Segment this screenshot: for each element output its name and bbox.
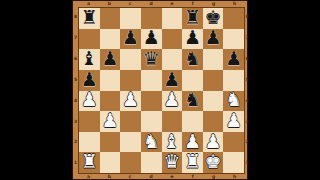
square-f6[interactable]: ♞: [182, 49, 203, 70]
square-g8[interactable]: ♚: [203, 8, 224, 29]
file-label-h: h: [224, 174, 245, 180]
square-g5[interactable]: [203, 70, 224, 91]
square-c3[interactable]: [120, 111, 141, 132]
piece-white-rook[interactable]: ♜: [81, 152, 98, 171]
square-g1[interactable]: ♚: [203, 152, 224, 173]
square-a3[interactable]: [79, 111, 100, 132]
square-h7[interactable]: [223, 29, 244, 50]
square-d3[interactable]: [141, 111, 162, 132]
square-h2[interactable]: [223, 132, 244, 153]
piece-black-pawn[interactable]: ♟: [184, 29, 201, 48]
board-frame: abcdefgh abcdefgh 87654321 87654321 ♜♜♚♟…: [72, 0, 248, 180]
rank-label-7: 7: [245, 28, 249, 49]
piece-black-pawn[interactable]: ♟: [143, 29, 160, 48]
square-g3[interactable]: [203, 111, 224, 132]
piece-black-rook[interactable]: ♜: [184, 8, 201, 27]
square-e3[interactable]: [162, 111, 183, 132]
square-g7[interactable]: ♟: [203, 29, 224, 50]
square-a5[interactable]: ♟: [79, 70, 100, 91]
square-h5[interactable]: [223, 70, 244, 91]
square-f3[interactable]: [182, 111, 203, 132]
square-e6[interactable]: [162, 49, 183, 70]
square-h6[interactable]: ♟: [223, 49, 244, 70]
piece-black-queen[interactable]: ♛: [143, 49, 160, 68]
piece-black-pawn[interactable]: ♟: [205, 29, 222, 48]
square-f7[interactable]: ♟: [182, 29, 203, 50]
square-d6[interactable]: ♛: [141, 49, 162, 70]
square-d1[interactable]: [141, 152, 162, 173]
square-c4[interactable]: ♟: [120, 91, 141, 112]
rank-label-8: 8: [245, 7, 249, 28]
piece-white-pawn[interactable]: ♟: [101, 111, 118, 130]
piece-white-bishop[interactable]: ♝: [163, 132, 180, 151]
rank-labels-right: 87654321: [245, 7, 249, 174]
piece-white-pawn[interactable]: ♟: [205, 132, 222, 151]
square-c7[interactable]: ♟: [120, 29, 141, 50]
rank-label-5: 5: [245, 70, 249, 91]
square-b5[interactable]: [100, 70, 121, 91]
file-label-d: d: [141, 174, 162, 180]
square-d2[interactable]: ♞: [141, 132, 162, 153]
square-g2[interactable]: ♟: [203, 132, 224, 153]
square-b7[interactable]: [100, 29, 121, 50]
piece-black-knight[interactable]: ♞: [184, 91, 201, 110]
file-labels-bottom: abcdefgh: [78, 174, 245, 180]
rank-label-6: 6: [245, 49, 249, 70]
square-d8[interactable]: [141, 8, 162, 29]
square-f2[interactable]: ♟: [182, 132, 203, 153]
piece-white-pawn[interactable]: ♟: [81, 91, 98, 110]
square-e5[interactable]: ♟: [162, 70, 183, 91]
square-c2[interactable]: [120, 132, 141, 153]
square-a4[interactable]: ♟: [79, 91, 100, 112]
rank-label-3: 3: [245, 111, 249, 132]
square-f8[interactable]: ♜: [182, 8, 203, 29]
page-background: abcdefgh abcdefgh 87654321 87654321 ♜♜♚♟…: [0, 0, 320, 180]
square-c8[interactable]: [120, 8, 141, 29]
piece-black-rook[interactable]: ♜: [81, 8, 98, 27]
piece-white-rook[interactable]: ♜: [184, 152, 201, 171]
square-a6[interactable]: ♝: [79, 49, 100, 70]
rank-label-4: 4: [245, 91, 249, 112]
square-h3[interactable]: ♟: [223, 111, 244, 132]
file-label-f: f: [182, 174, 203, 180]
square-d7[interactable]: ♟: [141, 29, 162, 50]
piece-white-knight[interactable]: ♞: [143, 132, 160, 151]
square-f4[interactable]: ♞: [182, 91, 203, 112]
square-e7[interactable]: [162, 29, 183, 50]
piece-white-pawn[interactable]: ♟: [122, 91, 139, 110]
piece-black-pawn[interactable]: ♟: [81, 70, 98, 89]
piece-black-pawn[interactable]: ♟: [101, 49, 118, 68]
square-h1[interactable]: [223, 152, 244, 173]
square-h8[interactable]: [223, 8, 244, 29]
piece-black-king[interactable]: ♚: [205, 8, 222, 27]
square-e1[interactable]: ♛: [162, 152, 183, 173]
square-g4[interactable]: [203, 91, 224, 112]
square-a1[interactable]: ♜: [79, 152, 100, 173]
piece-black-bishop[interactable]: ♝: [81, 49, 98, 68]
rank-label-1: 1: [245, 153, 249, 174]
square-a7[interactable]: [79, 29, 100, 50]
piece-black-pawn[interactable]: ♟: [163, 70, 180, 89]
piece-white-pawn[interactable]: ♟: [184, 132, 201, 151]
square-a2[interactable]: [79, 132, 100, 153]
square-d5[interactable]: [141, 70, 162, 91]
chess-board: ♜♜♚♟♟♟♟♝♟♛♞♟♟♟♟♟♟♞♞♟♟♞♝♟♟♜♛♜♚: [78, 7, 245, 174]
square-g6[interactable]: [203, 49, 224, 70]
square-e2[interactable]: ♝: [162, 132, 183, 153]
square-f1[interactable]: ♜: [182, 152, 203, 173]
square-b2[interactable]: [100, 132, 121, 153]
file-label-g: g: [203, 174, 224, 180]
square-e4[interactable]: ♟: [162, 91, 183, 112]
piece-white-king[interactable]: ♚: [205, 152, 222, 171]
piece-black-pawn[interactable]: ♟: [122, 29, 139, 48]
file-label-e: e: [162, 174, 183, 180]
square-c5[interactable]: [120, 70, 141, 91]
square-b1[interactable]: [100, 152, 121, 173]
piece-white-knight[interactable]: ♞: [225, 91, 242, 110]
square-b8[interactable]: [100, 8, 121, 29]
file-label-b: b: [99, 174, 120, 180]
square-h4[interactable]: ♞: [223, 91, 244, 112]
rank-label-2: 2: [245, 132, 249, 153]
square-c6[interactable]: [120, 49, 141, 70]
piece-black-knight[interactable]: ♞: [184, 49, 201, 68]
piece-white-queen[interactable]: ♛: [163, 152, 180, 171]
square-f5[interactable]: [182, 70, 203, 91]
square-e8[interactable]: [162, 8, 183, 29]
square-b3[interactable]: ♟: [100, 111, 121, 132]
square-b6[interactable]: ♟: [100, 49, 121, 70]
piece-white-pawn[interactable]: ♟: [163, 91, 180, 110]
square-c1[interactable]: [120, 152, 141, 173]
square-d4[interactable]: [141, 91, 162, 112]
piece-white-pawn[interactable]: ♟: [225, 111, 242, 130]
file-label-c: c: [120, 174, 141, 180]
square-b4[interactable]: [100, 91, 121, 112]
square-a8[interactable]: ♜: [79, 8, 100, 29]
file-label-a: a: [78, 174, 99, 180]
piece-black-pawn[interactable]: ♟: [225, 49, 242, 68]
